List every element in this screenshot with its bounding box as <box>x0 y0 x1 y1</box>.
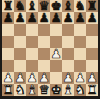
square-f6[interactable] <box>62 24 74 36</box>
piece-white-pawn-e4[interactable]: ♟ <box>50 48 62 60</box>
piece-white-rook-a1[interactable]: ♜ <box>2 84 14 96</box>
square-e6[interactable] <box>50 24 62 36</box>
square-c7[interactable]: ♟ <box>26 12 38 24</box>
chess-board: ♜♞♝♛♚♝♞♜♟♟♟♟♟♟♟♟♟♟♟♟♟♟♟♟♜♞♝♛♚♝♞♜ <box>2 0 98 96</box>
piece-white-queen-d1[interactable]: ♛ <box>38 84 50 96</box>
square-d7[interactable]: ♟ <box>38 12 50 24</box>
square-a5[interactable] <box>2 36 14 48</box>
square-c5[interactable] <box>26 36 38 48</box>
piece-black-pawn-b7[interactable]: ♟ <box>14 12 26 24</box>
square-h6[interactable] <box>86 24 98 36</box>
piece-black-pawn-a7[interactable]: ♟ <box>2 12 14 24</box>
piece-white-rook-h1[interactable]: ♜ <box>86 84 98 96</box>
square-d5[interactable] <box>38 36 50 48</box>
square-h4[interactable] <box>86 48 98 60</box>
square-b4[interactable] <box>14 48 26 60</box>
piece-black-pawn-f7[interactable]: ♟ <box>62 12 74 24</box>
piece-white-bishop-c1[interactable]: ♝ <box>26 84 38 96</box>
square-d4[interactable] <box>38 48 50 60</box>
square-g6[interactable] <box>74 24 86 36</box>
square-a7[interactable]: ♟ <box>2 12 14 24</box>
piece-white-knight-g1[interactable]: ♞ <box>74 84 86 96</box>
square-c6[interactable] <box>26 24 38 36</box>
square-f7[interactable]: ♟ <box>62 12 74 24</box>
square-c1[interactable]: ♝ <box>26 84 38 96</box>
square-b1[interactable]: ♞ <box>14 84 26 96</box>
piece-black-pawn-d7[interactable]: ♟ <box>38 12 50 24</box>
square-e1[interactable]: ♚ <box>50 84 62 96</box>
square-c4[interactable] <box>26 48 38 60</box>
square-e4[interactable]: ♟ <box>50 48 62 60</box>
square-f1[interactable]: ♝ <box>62 84 74 96</box>
square-b6[interactable] <box>14 24 26 36</box>
square-e7[interactable]: ♟ <box>50 12 62 24</box>
square-f5[interactable] <box>62 36 74 48</box>
square-g7[interactable]: ♟ <box>74 12 86 24</box>
piece-white-bishop-f1[interactable]: ♝ <box>62 84 74 96</box>
square-g5[interactable] <box>74 36 86 48</box>
square-b7[interactable]: ♟ <box>14 12 26 24</box>
square-d1[interactable]: ♛ <box>38 84 50 96</box>
square-b5[interactable] <box>14 36 26 48</box>
piece-white-knight-b1[interactable]: ♞ <box>14 84 26 96</box>
piece-white-king-e1[interactable]: ♚ <box>50 84 62 96</box>
square-h7[interactable]: ♟ <box>86 12 98 24</box>
square-g4[interactable] <box>74 48 86 60</box>
square-a1[interactable]: ♜ <box>2 84 14 96</box>
square-d6[interactable] <box>38 24 50 36</box>
piece-black-pawn-g7[interactable]: ♟ <box>74 12 86 24</box>
square-g1[interactable]: ♞ <box>74 84 86 96</box>
piece-black-pawn-e7[interactable]: ♟ <box>50 12 62 24</box>
square-a6[interactable] <box>2 24 14 36</box>
square-a4[interactable] <box>2 48 14 60</box>
square-h1[interactable]: ♜ <box>86 84 98 96</box>
square-e3[interactable] <box>50 60 62 72</box>
piece-black-pawn-c7[interactable]: ♟ <box>26 12 38 24</box>
square-h5[interactable] <box>86 36 98 48</box>
square-f4[interactable] <box>62 48 74 60</box>
piece-black-pawn-h7[interactable]: ♟ <box>86 12 98 24</box>
